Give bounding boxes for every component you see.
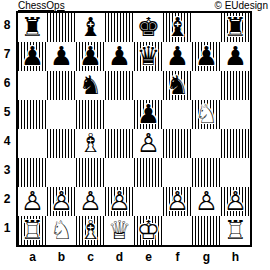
file-label-e: e — [134, 249, 163, 265]
square-c8[interactable]: ♝ — [76, 13, 105, 42]
piece-black-pawn: ♟ — [47, 42, 76, 71]
square-g4[interactable] — [192, 129, 221, 158]
square-d8[interactable] — [105, 13, 134, 42]
white-pawn-outline: ♙ — [105, 187, 134, 216]
rank-label-6: 6 — [0, 69, 14, 98]
square-b8[interactable] — [47, 13, 76, 42]
square-g3[interactable] — [192, 158, 221, 187]
square-h4[interactable] — [221, 129, 250, 158]
square-e6[interactable] — [134, 71, 163, 100]
square-f2[interactable]: ♟♙ — [163, 187, 192, 216]
square-b2[interactable]: ♟♙ — [47, 187, 76, 216]
square-f1[interactable] — [163, 216, 192, 245]
square-d4[interactable] — [105, 129, 134, 158]
black-bishop-glyph: ♝ — [163, 13, 192, 42]
rank-label-3: 3 — [0, 156, 14, 185]
piece-black-rook: ♜ — [221, 13, 250, 42]
square-a6[interactable] — [18, 71, 47, 100]
square-b5[interactable] — [47, 100, 76, 129]
square-g1[interactable] — [192, 216, 221, 245]
square-e3[interactable] — [134, 158, 163, 187]
square-e8[interactable]: ♚ — [134, 13, 163, 42]
rank-label-5: 5 — [0, 98, 14, 127]
piece-black-pawn: ♟ — [192, 42, 221, 71]
black-king-glyph: ♚ — [134, 13, 163, 42]
square-b7[interactable]: ♟ — [47, 42, 76, 71]
piece-black-pawn: ♟ — [76, 42, 105, 71]
square-c1[interactable]: ♝♗ — [76, 216, 105, 245]
square-h2[interactable]: ♟♙ — [221, 187, 250, 216]
piece-white-pawn: ♟♙ — [105, 187, 134, 216]
piece-white-pawn: ♟♙ — [163, 187, 192, 216]
piece-black-bishop: ♝ — [163, 13, 192, 42]
white-pawn-outline: ♙ — [18, 187, 47, 216]
square-e2[interactable] — [134, 187, 163, 216]
square-g5[interactable]: ♞♘ — [192, 100, 221, 129]
square-d6[interactable] — [105, 71, 134, 100]
rank-label-1: 1 — [0, 214, 14, 243]
file-label-a: a — [18, 249, 47, 265]
black-pawn-glyph: ♟ — [105, 42, 134, 71]
piece-white-pawn: ♟♙ — [18, 187, 47, 216]
black-knight-glyph: ♞ — [76, 71, 105, 100]
black-pawn-glyph: ♟ — [221, 42, 250, 71]
square-b3[interactable] — [47, 158, 76, 187]
square-b1[interactable]: ♞♘ — [47, 216, 76, 245]
square-h3[interactable] — [221, 158, 250, 187]
piece-black-king: ♚ — [134, 13, 163, 42]
piece-white-knight: ♞♘ — [47, 216, 76, 245]
square-e1[interactable]: ♚♔ — [134, 216, 163, 245]
black-knight-glyph: ♞ — [163, 71, 192, 100]
white-queen-outline: ♕ — [105, 216, 134, 245]
square-a8[interactable]: ♜ — [18, 13, 47, 42]
white-pawn-outline: ♙ — [192, 187, 221, 216]
black-pawn-glyph: ♟ — [76, 42, 105, 71]
black-pawn-glyph: ♟ — [134, 100, 163, 129]
piece-black-knight: ♞ — [76, 71, 105, 100]
square-h6[interactable] — [221, 71, 250, 100]
square-d5[interactable] — [105, 100, 134, 129]
square-d7[interactable]: ♟ — [105, 42, 134, 71]
black-bishop-glyph: ♝ — [76, 13, 105, 42]
square-b6[interactable] — [47, 71, 76, 100]
white-knight-outline: ♘ — [47, 216, 76, 245]
square-h7[interactable]: ♟ — [221, 42, 250, 71]
piece-black-bishop: ♝ — [76, 13, 105, 42]
square-a5[interactable] — [18, 100, 47, 129]
square-f7[interactable]: ♟ — [163, 42, 192, 71]
square-c4[interactable]: ♝♗ — [76, 129, 105, 158]
file-label-h: h — [221, 249, 250, 265]
piece-black-pawn: ♟ — [134, 100, 163, 129]
file-label-c: c — [76, 249, 105, 265]
rank-label-4: 4 — [0, 127, 14, 156]
square-h5[interactable] — [221, 100, 250, 129]
square-a4[interactable] — [18, 129, 47, 158]
piece-black-pawn: ♟ — [18, 42, 47, 71]
piece-white-pawn: ♟♙ — [221, 187, 250, 216]
piece-black-rook: ♜ — [18, 13, 47, 42]
piece-white-queen: ♛♕ — [105, 216, 134, 245]
piece-white-pawn: ♟♙ — [47, 187, 76, 216]
square-c3[interactable] — [76, 158, 105, 187]
black-pawn-glyph: ♟ — [18, 42, 47, 71]
black-rook-glyph: ♜ — [18, 13, 47, 42]
white-pawn-outline: ♙ — [134, 129, 163, 158]
square-d3[interactable] — [105, 158, 134, 187]
square-h8[interactable]: ♜ — [221, 13, 250, 42]
square-e4[interactable]: ♟♙ — [134, 129, 163, 158]
piece-white-king: ♚♔ — [134, 216, 163, 245]
square-c2[interactable]: ♟♙ — [76, 187, 105, 216]
square-f3[interactable] — [163, 158, 192, 187]
white-knight-outline: ♘ — [192, 100, 221, 129]
rank-label-2: 2 — [0, 185, 14, 214]
square-g6[interactable] — [192, 71, 221, 100]
white-rook-outline: ♖ — [221, 216, 250, 245]
square-f6[interactable]: ♞ — [163, 71, 192, 100]
square-f4[interactable] — [163, 129, 192, 158]
black-pawn-glyph: ♟ — [163, 42, 192, 71]
piece-black-queen: ♛ — [134, 42, 163, 71]
square-a1[interactable]: ♜♖ — [18, 216, 47, 245]
white-king-outline: ♔ — [134, 216, 163, 245]
white-bishop-outline: ♗ — [76, 129, 105, 158]
piece-white-bishop: ♝♗ — [76, 216, 105, 245]
rank-label-7: 7 — [0, 40, 14, 69]
square-a3[interactable] — [18, 158, 47, 187]
piece-white-bishop: ♝♗ — [76, 129, 105, 158]
piece-black-pawn: ♟ — [105, 42, 134, 71]
white-pawn-outline: ♙ — [221, 187, 250, 216]
black-queen-glyph: ♛ — [134, 42, 163, 71]
square-g7[interactable]: ♟ — [192, 42, 221, 71]
square-a2[interactable]: ♟♙ — [18, 187, 47, 216]
square-a7[interactable]: ♟ — [18, 42, 47, 71]
square-d1[interactable]: ♛♕ — [105, 216, 134, 245]
piece-white-pawn: ♟♙ — [134, 129, 163, 158]
white-pawn-outline: ♙ — [47, 187, 76, 216]
square-h1[interactable]: ♜♖ — [221, 216, 250, 245]
black-pawn-glyph: ♟ — [192, 42, 221, 71]
file-label-b: b — [47, 249, 76, 265]
rank-label-8: 8 — [0, 11, 14, 40]
square-c6[interactable]: ♞ — [76, 71, 105, 100]
square-c7[interactable]: ♟ — [76, 42, 105, 71]
piece-white-rook: ♜♖ — [221, 216, 250, 245]
white-pawn-outline: ♙ — [76, 187, 105, 216]
white-pawn-outline: ♙ — [163, 187, 192, 216]
piece-white-rook: ♜♖ — [18, 216, 47, 245]
square-g8[interactable] — [192, 13, 221, 42]
square-e5[interactable]: ♟ — [134, 100, 163, 129]
black-pawn-glyph: ♟ — [47, 42, 76, 71]
piece-black-pawn: ♟ — [163, 42, 192, 71]
file-label-d: d — [105, 249, 134, 265]
file-label-g: g — [192, 249, 221, 265]
square-f8[interactable]: ♝ — [163, 13, 192, 42]
square-c5[interactable] — [76, 100, 105, 129]
square-d2[interactable]: ♟♙ — [105, 187, 134, 216]
piece-black-knight: ♞ — [163, 71, 192, 100]
black-rook-glyph: ♜ — [221, 13, 250, 42]
square-b4[interactable] — [47, 129, 76, 158]
piece-white-knight: ♞♘ — [192, 100, 221, 129]
file-label-f: f — [163, 249, 192, 265]
chess-board: ♜♝♚♝♜♟♟♟♟♛♟♟♟♞♞♟♞♘♝♗♟♙♟♙♟♙♟♙♟♙♟♙♟♙♟♙♜♖♞♘… — [16, 11, 252, 247]
piece-white-pawn: ♟♙ — [76, 187, 105, 216]
piece-white-pawn: ♟♙ — [192, 187, 221, 216]
white-bishop-outline: ♗ — [76, 216, 105, 245]
square-g2[interactable]: ♟♙ — [192, 187, 221, 216]
piece-black-pawn: ♟ — [221, 42, 250, 71]
square-f5[interactable] — [163, 100, 192, 129]
square-e7[interactable]: ♛ — [134, 42, 163, 71]
white-rook-outline: ♖ — [18, 216, 47, 245]
